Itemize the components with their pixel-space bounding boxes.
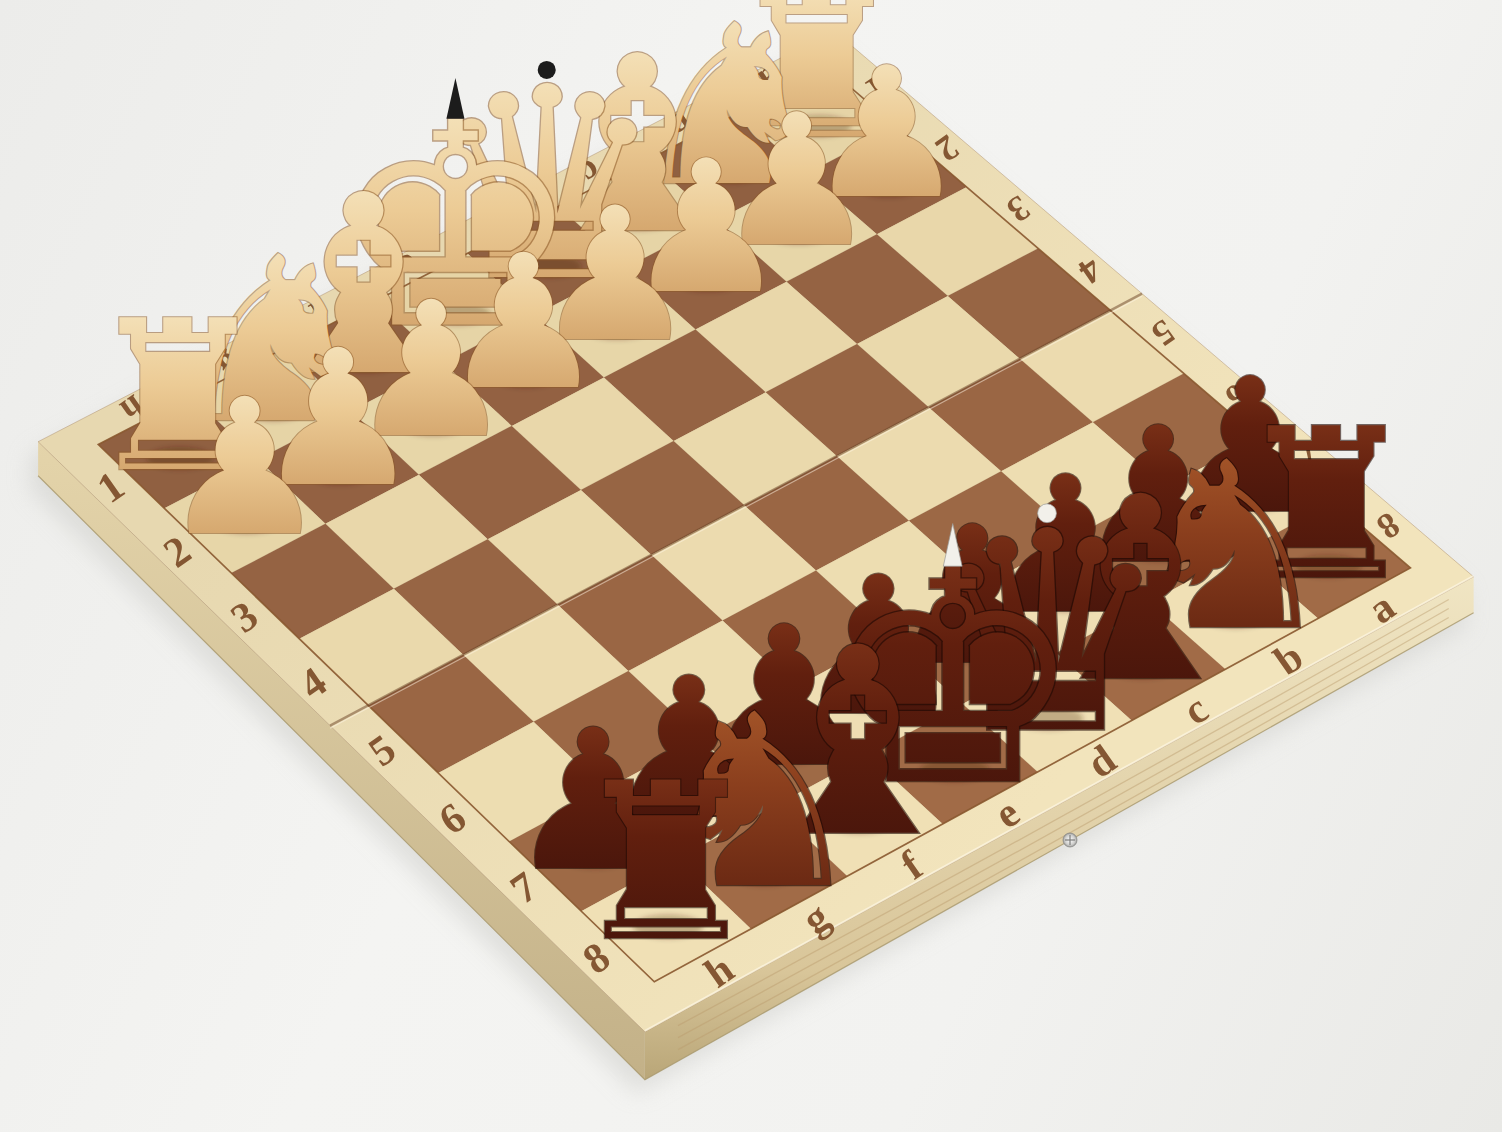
piece-white-pawn-h2[interactable]: ♟	[161, 359, 329, 577]
piece-dark-rook-h8[interactable]: ♜	[569, 736, 764, 989]
piece-glyph: ♟	[161, 359, 329, 577]
piece-glyph: ♜	[569, 736, 764, 989]
chessboard-photo-scene: 1122334455667788aabbccddeeffgghh♜♞♟♝♟♛♟♚…	[0, 0, 1502, 1132]
chessboard: 1122334455667788aabbccddeeffgghh♜♞♟♝♟♛♟♚…	[0, 0, 1502, 1132]
